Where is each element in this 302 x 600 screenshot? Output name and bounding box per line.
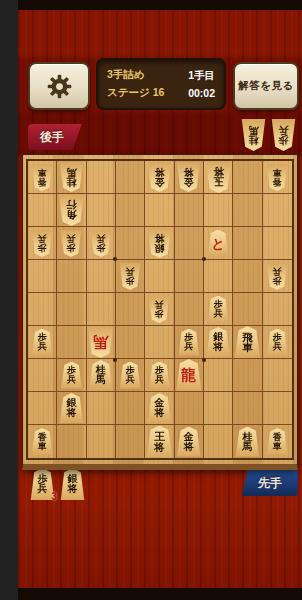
piece-P-gote[interactable]: 歩兵 (31, 230, 53, 257)
square-9-2[interactable] (28, 194, 57, 227)
square-1-9[interactable]: 香車 (263, 425, 292, 458)
gote-hand-tray: 桂馬歩兵 (241, 119, 296, 151)
piece-glyph: 歩 (67, 243, 76, 252)
piece-P-gote[interactable]: 歩兵 (148, 296, 170, 323)
square-7-1[interactable] (87, 161, 116, 194)
square-2-9[interactable]: 桂馬 (233, 425, 262, 458)
piece-glyph: 兵 (38, 234, 47, 243)
square-4-9[interactable]: 金将 (175, 425, 204, 458)
piece-glyph: 兵 (96, 234, 105, 243)
piece-glyph: 玉 (213, 177, 224, 188)
piece-glyph: 車 (273, 168, 282, 177)
square-9-3[interactable]: 歩兵 (28, 227, 57, 260)
piece-glyph: 将 (184, 167, 194, 177)
piece-glyph: 兵 (273, 267, 282, 276)
square-6-4[interactable]: 歩兵 (116, 260, 145, 293)
square-1-5[interactable] (263, 293, 292, 326)
piece-P-gote[interactable]: 歩兵 (271, 119, 296, 151)
piece-B-gote[interactable]: 角行 (58, 194, 85, 226)
piece-glyph: 車 (242, 342, 253, 353)
square-3-5[interactable]: 歩兵 (204, 293, 233, 326)
gote-badge: 後手 (28, 124, 84, 150)
piece-N-sente[interactable]: 桂馬 (235, 427, 260, 457)
square-5-8[interactable]: 金将 (145, 392, 174, 425)
square-7-7[interactable]: 桂馬 (87, 359, 116, 392)
piece-glyph: 将 (154, 408, 164, 418)
square-1-6[interactable]: 歩兵 (263, 326, 292, 359)
piece-glyph: 兵 (38, 342, 47, 351)
square-7-4[interactable] (87, 260, 116, 293)
piece-glyph: 車 (38, 168, 47, 177)
piece-glyph: 馬 (96, 375, 106, 385)
square-3-3[interactable]: と (204, 227, 233, 260)
piece-glyph: 王 (154, 431, 165, 442)
piece-glyph: 歩 (96, 243, 105, 252)
piece-glyph: 兵 (155, 300, 164, 309)
shogi-board: 香車桂馬金将金将玉将香車角行歩兵歩兵歩兵銀将と歩兵歩兵歩兵歩兵歩兵馬歩兵銀将飛車… (22, 154, 298, 470)
piece-P-sente[interactable]: 歩兵 (207, 296, 229, 323)
piece-P-sente[interactable]: 歩兵 (60, 362, 82, 389)
square-1-4[interactable]: 歩兵 (263, 260, 292, 293)
show-answer-button[interactable]: 解答を見る (233, 62, 299, 110)
piece-glyph: 将 (213, 342, 223, 352)
piece-P-gote[interactable]: 歩兵 (266, 263, 288, 290)
square-4-7[interactable]: 龍 (175, 359, 204, 392)
square-6-9[interactable] (116, 425, 145, 458)
sente-hand-tray: 歩兵3銀将 (30, 468, 85, 500)
piece-P-sente[interactable]: 歩兵 (266, 329, 288, 356)
square-9-9[interactable]: 香車 (28, 425, 57, 458)
square-4-6[interactable]: 歩兵 (175, 326, 204, 359)
piece-glyph: 香 (273, 177, 282, 186)
square-5-2[interactable] (145, 194, 174, 227)
piece-glyph: と (212, 237, 225, 250)
square-7-2[interactable] (87, 194, 116, 227)
piece-glyph: 香 (38, 177, 47, 186)
piece-N-gote[interactable]: 桂馬 (59, 162, 84, 192)
square-6-8[interactable] (116, 392, 145, 425)
square-6-3[interactable] (116, 227, 145, 260)
hand-slot[interactable]: 歩兵3 (30, 468, 55, 500)
stage-label: ステージ 16 (107, 86, 164, 100)
piece-S-sente[interactable]: 銀将 (206, 327, 231, 357)
square-1-3[interactable] (263, 227, 292, 260)
piece-glyph: 歩 (126, 276, 135, 285)
square-6-1[interactable] (116, 161, 145, 194)
square-3-6[interactable]: 銀将 (204, 326, 233, 359)
piece-glyph: 兵 (279, 125, 289, 135)
square-5-4[interactable] (145, 260, 174, 293)
piece-glyph: 馬 (66, 167, 76, 177)
square-8-5[interactable] (57, 293, 86, 326)
piece-glyph: 馬 (242, 442, 252, 452)
piece-glyph: 将 (184, 442, 194, 452)
piece-P-sente[interactable]: 歩兵 (119, 362, 141, 389)
square-4-2[interactable] (175, 194, 204, 227)
piece-glyph: 兵 (126, 375, 135, 384)
app-screen: 3手詰め ステージ 16 1手目 00:02 解答を見る 後手 先手 桂馬歩兵 … (18, 0, 302, 600)
square-5-1[interactable]: 金将 (145, 161, 174, 194)
status-bar-strip (18, 0, 302, 10)
piece-S-sente[interactable]: 銀将 (59, 393, 84, 423)
square-4-5[interactable] (175, 293, 204, 326)
piece-G-gote[interactable]: 金将 (176, 162, 201, 192)
piece-P-sente[interactable]: 歩兵 (31, 329, 53, 356)
square-8-7[interactable]: 歩兵 (57, 359, 86, 392)
square-4-4[interactable] (175, 260, 204, 293)
star-point (113, 257, 117, 261)
square-2-8[interactable] (233, 392, 262, 425)
square-3-8[interactable] (204, 392, 233, 425)
square-7-6[interactable]: 馬 (87, 326, 116, 359)
square-6-2[interactable] (116, 194, 145, 227)
square-2-4[interactable] (233, 260, 262, 293)
piece-S-sente[interactable]: 銀将 (60, 468, 85, 500)
piece-K-gote[interactable]: 玉将 (205, 161, 232, 193)
square-3-1[interactable]: 玉将 (204, 161, 233, 194)
square-2-2[interactable] (233, 194, 262, 227)
square-4-8[interactable] (175, 392, 204, 425)
piece-glyph: 銀 (154, 243, 164, 253)
square-8-8[interactable]: 銀将 (57, 392, 86, 425)
square-9-6[interactable]: 歩兵 (28, 326, 57, 359)
stage-number: 16 (153, 86, 165, 98)
piece-glyph: 桂 (66, 177, 76, 187)
square-6-7[interactable]: 歩兵 (116, 359, 145, 392)
square-2-3[interactable] (233, 227, 262, 260)
square-2-5[interactable] (233, 293, 262, 326)
square-5-7[interactable]: 歩兵 (145, 359, 174, 392)
piece-glyph: 行 (66, 200, 77, 211)
square-6-5[interactable] (116, 293, 145, 326)
piece-K-sente[interactable]: 王将 (146, 426, 173, 458)
piece-glyph: 金 (154, 177, 164, 187)
square-2-7[interactable] (233, 359, 262, 392)
piece-P-gote[interactable]: 歩兵 (90, 230, 112, 257)
piece-glyph: 将 (154, 233, 164, 243)
piece-G-sente[interactable]: 金将 (147, 393, 172, 423)
piece-P-sente[interactable]: 歩兵 (148, 362, 170, 389)
square-1-7[interactable] (263, 359, 292, 392)
piece-glyph: 歩 (273, 276, 282, 285)
square-3-4[interactable] (204, 260, 233, 293)
piece-glyph: 兵 (38, 484, 48, 494)
piece-P-sente[interactable]: 歩兵 (178, 329, 200, 356)
hand-slot[interactable]: 歩兵 (271, 119, 296, 151)
square-4-1[interactable]: 金将 (175, 161, 204, 194)
piece-glyph: 角 (66, 210, 77, 221)
square-5-5[interactable]: 歩兵 (145, 293, 174, 326)
square-5-3[interactable]: 銀将 (145, 227, 174, 260)
square-1-8[interactable] (263, 392, 292, 425)
piece-+B-gote[interactable]: 馬 (87, 326, 114, 358)
piece-glyph: 兵 (214, 309, 223, 318)
hand-slot[interactable]: 銀将 (60, 468, 85, 500)
square-8-2[interactable]: 角行 (57, 194, 86, 227)
square-2-6[interactable]: 飛車 (233, 326, 262, 359)
timer: 00:02 (188, 87, 215, 99)
piece-glyph: 将 (154, 442, 165, 453)
puzzle-type-label: 3手詰め (107, 68, 164, 82)
piece-L-sente[interactable]: 香車 (31, 428, 53, 455)
square-8-4[interactable] (57, 260, 86, 293)
piece-L-gote[interactable]: 香車 (266, 164, 288, 191)
star-point (202, 257, 206, 261)
square-7-8[interactable] (87, 392, 116, 425)
square-9-7[interactable] (28, 359, 57, 392)
piece-P-gote[interactable]: 歩兵 (119, 263, 141, 290)
piece-glyph: 歩 (279, 135, 289, 145)
piece-+R-sente[interactable]: 龍 (175, 359, 202, 391)
board-grid: 香車桂馬金将金将玉将香車角行歩兵歩兵歩兵銀将と歩兵歩兵歩兵歩兵歩兵馬歩兵銀将飛車… (26, 159, 294, 460)
square-7-9[interactable] (87, 425, 116, 458)
piece-glyph: 馬 (249, 125, 259, 135)
star-point (113, 358, 117, 362)
star-point (202, 358, 206, 362)
square-3-9[interactable] (204, 425, 233, 458)
square-7-5[interactable] (87, 293, 116, 326)
square-7-3[interactable]: 歩兵 (87, 227, 116, 260)
piece-+P-sente[interactable]: と (207, 230, 229, 257)
square-2-1[interactable] (233, 161, 262, 194)
piece-L-sente[interactable]: 香車 (266, 428, 288, 455)
square-8-1[interactable]: 桂馬 (57, 161, 86, 194)
piece-glyph: 将 (68, 484, 78, 494)
piece-G-sente[interactable]: 金将 (176, 427, 201, 457)
hand-count-badge: 3 (51, 491, 57, 502)
piece-glyph: 桂 (249, 135, 259, 145)
piece-glyph: 兵 (273, 342, 282, 351)
piece-R-sente[interactable]: 飛車 (234, 326, 261, 358)
piece-glyph: 将 (213, 167, 224, 178)
piece-S-gote[interactable]: 銀将 (147, 228, 172, 258)
square-8-3[interactable]: 歩兵 (57, 227, 86, 260)
piece-glyph: 歩 (155, 309, 164, 318)
square-9-4[interactable] (28, 260, 57, 293)
square-8-9[interactable] (57, 425, 86, 458)
piece-glyph: 兵 (155, 375, 164, 384)
piece-glyph: 兵 (126, 267, 135, 276)
piece-glyph: 金 (184, 177, 194, 187)
piece-glyph: 金 (184, 432, 194, 442)
hand-slot[interactable]: 桂馬 (241, 119, 266, 151)
piece-glyph: 車 (273, 442, 282, 451)
piece-glyph: 兵 (67, 375, 76, 384)
square-8-6[interactable] (57, 326, 86, 359)
square-5-6[interactable] (145, 326, 174, 359)
puzzle-info-panel: 3手詰め ステージ 16 1手目 00:02 (96, 58, 226, 110)
square-1-2[interactable] (263, 194, 292, 227)
move-counter: 1手目 (188, 69, 215, 83)
piece-L-gote[interactable]: 香車 (31, 164, 53, 191)
square-1-1[interactable]: 香車 (263, 161, 292, 194)
square-9-8[interactable] (28, 392, 57, 425)
piece-N-gote[interactable]: 桂馬 (241, 119, 266, 151)
bottom-strip (18, 588, 302, 600)
square-4-3[interactable] (175, 227, 204, 260)
piece-glyph: 歩 (38, 243, 47, 252)
gear-icon (46, 73, 73, 100)
piece-glyph: 兵 (184, 342, 193, 351)
piece-glyph: 兵 (67, 234, 76, 243)
piece-G-gote[interactable]: 金将 (147, 162, 172, 192)
sente-badge: 先手 (242, 470, 298, 496)
square-5-9[interactable]: 王将 (145, 425, 174, 458)
square-3-7[interactable] (204, 359, 233, 392)
square-9-5[interactable] (28, 293, 57, 326)
piece-glyph: 将 (154, 167, 164, 177)
piece-glyph: 馬 (93, 335, 108, 350)
piece-glyph: 龍 (181, 368, 196, 383)
square-3-2[interactable] (204, 194, 233, 227)
piece-P-gote[interactable]: 歩兵 (60, 230, 82, 257)
square-9-1[interactable]: 香車 (28, 161, 57, 194)
piece-glyph: 将 (66, 408, 76, 418)
square-6-6[interactable] (116, 326, 145, 359)
piece-glyph: 桂 (242, 432, 252, 442)
piece-glyph: 車 (38, 442, 47, 451)
settings-button[interactable] (28, 62, 90, 110)
piece-N-sente[interactable]: 桂馬 (88, 360, 113, 390)
